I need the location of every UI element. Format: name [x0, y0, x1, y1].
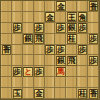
board-cell-r9c9[interactable]: 香 [88, 88, 99, 99]
board-cell-r2c6[interactable] [55, 12, 66, 23]
board-cell-r2c9[interactable] [88, 12, 99, 23]
board-cell-r8c8[interactable] [77, 77, 88, 88]
board-cell-r3c2[interactable]: 歩 [12, 23, 23, 34]
piece-lance[interactable]: 香 [89, 1, 99, 11]
piece-gold[interactable]: 金 [34, 89, 44, 99]
piece-pawn[interactable]: 歩 [56, 23, 66, 33]
board-cell-r9c5[interactable] [45, 88, 56, 99]
board-cell-r1c9[interactable]: 香 [88, 1, 99, 12]
board-cell-r9c4[interactable]: 金 [34, 88, 45, 99]
board-cell-r7c4[interactable]: 歩 [34, 66, 45, 77]
board-cell-r4c6[interactable] [55, 34, 66, 45]
piece-pawn[interactable]: 歩 [89, 56, 99, 66]
board-cell-r4c3[interactable]: 銀 [23, 34, 34, 45]
piece-pawn[interactable]: 歩 [45, 45, 55, 55]
board-cell-r3c6[interactable]: 歩 [55, 23, 66, 34]
board-cell-r1c5[interactable] [45, 1, 56, 12]
board-cell-r2c2[interactable] [12, 12, 23, 23]
board-cell-r8c3[interactable] [23, 77, 34, 88]
board-cell-r2c3[interactable] [23, 12, 34, 23]
board-cell-r1c4[interactable] [34, 1, 45, 12]
piece-tokin[interactable]: と [23, 67, 33, 77]
board-cell-r1c8[interactable] [77, 1, 88, 12]
board-cell-r1c3[interactable] [23, 1, 34, 12]
piece-pawn[interactable]: 歩 [78, 45, 88, 55]
board-cell-r7c6[interactable]: 馬 [55, 66, 66, 77]
board-cell-r7c8[interactable] [77, 66, 88, 77]
board-cell-r3c8[interactable]: 歩 [77, 23, 88, 34]
board-cell-r5c3[interactable] [23, 45, 34, 56]
board-cell-r7c5[interactable] [45, 66, 56, 77]
piece-pawn[interactable]: 歩 [13, 67, 23, 77]
board-cell-r7c7[interactable] [66, 66, 77, 77]
board-cell-r8c2[interactable] [12, 77, 23, 88]
piece-promoted-bishop[interactable]: 馬 [56, 67, 66, 77]
piece-silver[interactable]: 銀 [67, 23, 77, 33]
board-cell-r1c1[interactable] [1, 1, 12, 12]
piece-bishop[interactable]: 角 [78, 12, 88, 22]
board-cell-r5c5[interactable]: 歩 [45, 45, 56, 56]
board-cell-r9c1[interactable] [1, 88, 12, 99]
piece-rook[interactable]: 飛 [34, 34, 44, 44]
piece-knight[interactable]: 桂 [78, 89, 88, 99]
board-cell-r3c5[interactable] [45, 23, 56, 34]
piece-lance[interactable]: 香 [89, 89, 99, 99]
board-cell-r2c8[interactable]: 角 [77, 12, 88, 23]
board-cell-r5c4[interactable] [34, 45, 45, 56]
board-cell-r1c2[interactable] [12, 1, 23, 12]
board-cell-r9c6[interactable] [55, 88, 66, 99]
piece-pawn[interactable]: 歩 [78, 23, 88, 33]
board-cell-r9c2[interactable]: 玉 [12, 88, 23, 99]
board-cell-r8c9[interactable] [88, 77, 99, 88]
board-cell-r7c1[interactable] [1, 66, 12, 77]
board-cell-r2c5[interactable]: 金 [45, 12, 56, 23]
shogi-board-wrap: 金香金王角歩歩歩銀歩銀飛桂歩香歩歩歩銀飛歩歩と歩馬玉金桂香 [0, 0, 100, 100]
piece-silver[interactable]: 銀 [56, 56, 66, 66]
board-cell-r4c9[interactable]: 歩 [88, 34, 99, 45]
board-cell-r9c3[interactable] [23, 88, 34, 99]
board-cell-r6c5[interactable] [45, 55, 56, 66]
piece-knight[interactable]: 桂 [67, 34, 77, 44]
board-cell-r9c7[interactable] [66, 88, 77, 99]
piece-pawn[interactable]: 歩 [34, 67, 44, 77]
piece-pawn[interactable]: 歩 [56, 45, 66, 55]
board-cell-r7c9[interactable] [88, 66, 99, 77]
board-cell-r6c1[interactable] [1, 55, 12, 66]
board-cell-r8c5[interactable] [45, 77, 56, 88]
board-cell-r6c4[interactable] [34, 55, 45, 66]
board-cell-r4c5[interactable] [45, 34, 56, 45]
board-cell-r3c7[interactable]: 銀 [66, 23, 77, 34]
board-cell-r5c6[interactable]: 歩 [55, 45, 66, 56]
board-cell-r5c9[interactable] [88, 45, 99, 56]
piece-king[interactable]: 王 [67, 12, 77, 22]
board-cell-r2c7[interactable]: 王 [66, 12, 77, 23]
shogi-board: 金香金王角歩歩歩銀歩銀飛桂歩香歩歩歩銀飛歩歩と歩馬玉金桂香 [0, 0, 100, 100]
board-cell-r8c1[interactable] [1, 77, 12, 88]
board-cell-r1c7[interactable] [66, 1, 77, 12]
board-cell-r7c3[interactable]: と [23, 66, 34, 77]
board-cell-r2c1[interactable] [1, 12, 12, 23]
board-cell-r4c8[interactable] [77, 34, 88, 45]
board-cell-r3c1[interactable] [1, 23, 12, 34]
piece-rook[interactable]: 飛 [67, 56, 77, 66]
board-cell-r3c4[interactable]: 歩 [34, 23, 45, 34]
piece-lance[interactable]: 香 [2, 45, 12, 55]
board-cell-r6c7[interactable]: 飛 [66, 55, 77, 66]
board-cell-r8c6[interactable] [55, 77, 66, 88]
board-cell-r5c2[interactable] [12, 45, 23, 56]
board-cell-r3c9[interactable] [88, 23, 99, 34]
board-cell-r6c8[interactable] [77, 55, 88, 66]
board-cell-r5c8[interactable]: 歩 [77, 45, 88, 56]
board-cell-r4c2[interactable] [12, 34, 23, 45]
piece-pawn[interactable]: 歩 [89, 34, 99, 44]
board-cell-r8c4[interactable] [34, 77, 45, 88]
board-cell-r1c6[interactable]: 金 [55, 1, 66, 12]
board-cell-r3c3[interactable] [23, 23, 34, 34]
board-cell-r2c4[interactable] [34, 12, 45, 23]
board-cell-r6c2[interactable] [12, 55, 23, 66]
board-cell-r4c4[interactable]: 飛 [34, 34, 45, 45]
board-cell-r9c8[interactable]: 桂 [77, 88, 88, 99]
board-cell-r5c1[interactable]: 香 [1, 45, 12, 56]
board-cell-r6c9[interactable]: 歩 [88, 55, 99, 66]
board-cell-r5c7[interactable] [66, 45, 77, 56]
board-cell-r6c6[interactable]: 銀 [55, 55, 66, 66]
board-cell-r4c1[interactable] [1, 34, 12, 45]
board-cell-r4c7[interactable]: 桂 [66, 34, 77, 45]
piece-gold[interactable]: 金 [45, 12, 55, 22]
board-cell-r7c2[interactable]: 歩 [12, 66, 23, 77]
piece-pawn[interactable]: 歩 [13, 23, 23, 33]
board-cell-r6c3[interactable] [23, 55, 34, 66]
piece-silver[interactable]: 銀 [23, 34, 33, 44]
piece-king[interactable]: 玉 [13, 89, 23, 99]
piece-pawn[interactable]: 歩 [34, 23, 44, 33]
board-cell-r8c7[interactable] [66, 77, 77, 88]
piece-gold[interactable]: 金 [56, 1, 66, 11]
